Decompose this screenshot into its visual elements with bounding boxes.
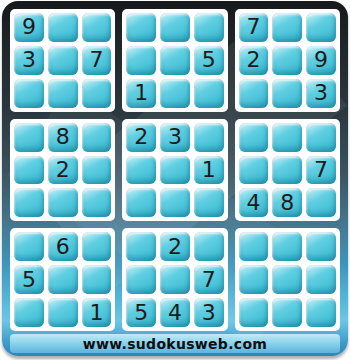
cell-r8c6[interactable]: 7 — [194, 265, 224, 294]
cell-r6c8[interactable]: 8 — [272, 188, 302, 217]
cell-r2c6[interactable]: 5 — [194, 46, 224, 75]
cell-r4c3[interactable] — [82, 123, 112, 152]
cell-r5c7[interactable] — [239, 156, 269, 185]
cell-r5c9[interactable]: 7 — [306, 156, 336, 185]
cell-r2c5[interactable] — [160, 46, 190, 75]
cell-r3c2[interactable] — [48, 79, 78, 108]
cell-r4c8[interactable] — [272, 123, 302, 152]
cell-r9c8[interactable] — [272, 298, 302, 327]
cell-r1c8[interactable] — [272, 13, 302, 42]
cell-r1c9[interactable] — [306, 13, 336, 42]
cell-r6c6[interactable] — [194, 188, 224, 217]
cell-r4c5[interactable]: 3 — [160, 123, 190, 152]
cell-r6c2[interactable] — [48, 188, 78, 217]
site-banner: www.sudokusweb.com — [10, 334, 340, 353]
cell-r9c6[interactable]: 3 — [194, 298, 224, 327]
cell-r1c5[interactable] — [160, 13, 190, 42]
cell-r5c5[interactable] — [160, 156, 190, 185]
cell-r3c8[interactable] — [272, 79, 302, 108]
sudoku-grid: 937 51 7293 82 231 748 651 27543 — [10, 9, 340, 331]
cell-r9c7[interactable] — [239, 298, 269, 327]
block-bottom-center: 27543 — [122, 228, 227, 331]
cell-r3c1[interactable] — [14, 79, 44, 108]
cell-r3c5[interactable] — [160, 79, 190, 108]
cell-r3c3[interactable] — [82, 79, 112, 108]
block-top-center: 51 — [122, 9, 227, 112]
cell-r6c7[interactable]: 4 — [239, 188, 269, 217]
cell-r4c4[interactable]: 2 — [126, 123, 156, 152]
cell-r1c7[interactable]: 7 — [239, 13, 269, 42]
cell-r5c2[interactable]: 2 — [48, 156, 78, 185]
cell-r3c6[interactable] — [194, 79, 224, 108]
cell-r8c3[interactable] — [82, 265, 112, 294]
cell-r1c2[interactable] — [48, 13, 78, 42]
block-middle-right: 748 — [235, 119, 340, 222]
cell-r7c1[interactable] — [14, 232, 44, 261]
cell-r7c9[interactable] — [306, 232, 336, 261]
cell-r5c3[interactable] — [82, 156, 112, 185]
cell-r3c9[interactable]: 3 — [306, 79, 336, 108]
cell-r9c5[interactable]: 4 — [160, 298, 190, 327]
cell-r2c1[interactable]: 3 — [14, 46, 44, 75]
site-url: www.sudokusweb.com — [83, 336, 267, 352]
cell-r9c2[interactable] — [48, 298, 78, 327]
cell-r8c8[interactable] — [272, 265, 302, 294]
cell-r1c1[interactable]: 9 — [14, 13, 44, 42]
cell-r7c7[interactable] — [239, 232, 269, 261]
cell-r2c2[interactable] — [48, 46, 78, 75]
cell-r8c5[interactable] — [160, 265, 190, 294]
cell-r4c2[interactable]: 8 — [48, 123, 78, 152]
cell-r6c9[interactable] — [306, 188, 336, 217]
cell-r2c4[interactable] — [126, 46, 156, 75]
block-middle-left: 82 — [10, 119, 115, 222]
cell-r9c1[interactable] — [14, 298, 44, 327]
cell-r7c2[interactable]: 6 — [48, 232, 78, 261]
block-top-right: 7293 — [235, 9, 340, 112]
cell-r3c7[interactable] — [239, 79, 269, 108]
cell-r2c7[interactable]: 2 — [239, 46, 269, 75]
cell-r9c4[interactable]: 5 — [126, 298, 156, 327]
cell-r6c4[interactable] — [126, 188, 156, 217]
cell-r1c6[interactable] — [194, 13, 224, 42]
cell-r8c4[interactable] — [126, 265, 156, 294]
block-bottom-right — [235, 228, 340, 331]
cell-r6c3[interactable] — [82, 188, 112, 217]
cell-r5c4[interactable] — [126, 156, 156, 185]
cell-r1c4[interactable] — [126, 13, 156, 42]
cell-r9c9[interactable] — [306, 298, 336, 327]
cell-r8c2[interactable] — [48, 265, 78, 294]
cell-r4c7[interactable] — [239, 123, 269, 152]
block-top-left: 937 — [10, 9, 115, 112]
cell-r7c8[interactable] — [272, 232, 302, 261]
cell-r8c7[interactable] — [239, 265, 269, 294]
cell-r4c6[interactable] — [194, 123, 224, 152]
cell-r4c9[interactable] — [306, 123, 336, 152]
cell-r8c9[interactable] — [306, 265, 336, 294]
cell-r9c3[interactable]: 1 — [82, 298, 112, 327]
cell-r2c8[interactable] — [272, 46, 302, 75]
cell-r5c6[interactable]: 1 — [194, 156, 224, 185]
cell-r3c4[interactable]: 1 — [126, 79, 156, 108]
cell-r1c3[interactable] — [82, 13, 112, 42]
cell-r8c1[interactable]: 5 — [14, 265, 44, 294]
cell-r7c3[interactable] — [82, 232, 112, 261]
sudoku-board-frame: 937 51 7293 82 231 748 651 27543 www.sud… — [2, 1, 348, 356]
block-bottom-left: 651 — [10, 228, 115, 331]
block-middle-center: 231 — [122, 119, 227, 222]
cell-r7c5[interactable]: 2 — [160, 232, 190, 261]
cell-r5c1[interactable] — [14, 156, 44, 185]
cell-r5c8[interactable] — [272, 156, 302, 185]
cell-r7c4[interactable] — [126, 232, 156, 261]
cell-r2c3[interactable]: 7 — [82, 46, 112, 75]
cell-r6c1[interactable] — [14, 188, 44, 217]
cell-r2c9[interactable]: 9 — [306, 46, 336, 75]
cell-r4c1[interactable] — [14, 123, 44, 152]
cell-r7c6[interactable] — [194, 232, 224, 261]
cell-r6c5[interactable] — [160, 188, 190, 217]
